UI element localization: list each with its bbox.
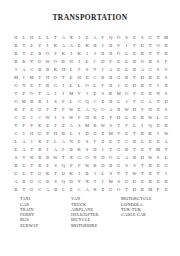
grid-cell: B <box>107 161 115 169</box>
grid-cell: X <box>67 153 75 161</box>
grid-cell: B <box>123 145 131 153</box>
grid-cell: E <box>44 121 52 129</box>
grid-cell: H <box>12 33 20 41</box>
grid-cell: V <box>162 65 170 73</box>
grid-cell: Z <box>59 121 67 129</box>
grid-cell: I <box>75 33 83 41</box>
grid-cell: E <box>123 129 131 137</box>
grid-cell: S <box>12 153 20 161</box>
grid-cell: B <box>67 145 75 153</box>
grid-cell: I <box>44 145 52 153</box>
grid-cell: Q <box>83 97 91 105</box>
grid-cell: G <box>36 177 44 185</box>
grid-cell: A <box>162 137 170 145</box>
grid-cell: F <box>20 121 28 129</box>
grid-cell: Y <box>154 49 162 57</box>
grid-cell: T <box>28 161 36 169</box>
word-list-column: VANTRUCKAIRPLANEHELICOPTERBICYCLEMOTORBI… <box>71 196 98 228</box>
grid-cell: W <box>67 113 75 121</box>
grid-cell: L <box>67 129 75 137</box>
grid-cell: H <box>75 73 83 81</box>
grid-cell: Y <box>91 65 99 73</box>
grid-cell: B <box>59 129 67 137</box>
grid-cell: B <box>12 57 20 65</box>
grid-cell: L <box>123 57 131 65</box>
grid-cell: H <box>146 105 154 113</box>
grid-cell: W <box>99 121 107 129</box>
grid-cell: E <box>138 177 146 185</box>
grid-cell: B <box>107 81 115 89</box>
grid-cell: D <box>99 161 107 169</box>
grid-cell: Y <box>115 169 123 177</box>
grid-cell: T <box>20 185 28 193</box>
grid-cell: N <box>20 81 28 89</box>
grid-cell: W <box>67 105 75 113</box>
grid-cell: J <box>123 97 131 105</box>
grid-cell: R <box>91 185 99 193</box>
grid-cell: W <box>28 153 36 161</box>
grid-cell: U <box>28 177 36 185</box>
grid-cell: A <box>83 185 91 193</box>
grid-cell: M <box>28 73 36 81</box>
grid-cell: B <box>138 49 146 57</box>
grid-cell: M <box>83 121 91 129</box>
grid-cell: B <box>107 41 115 49</box>
grid-cell: T <box>28 145 36 153</box>
grid-cell: G <box>51 81 59 89</box>
grid-cell: A <box>83 105 91 113</box>
grid-cell: B <box>162 121 170 129</box>
grid-cell: B <box>107 97 115 105</box>
grid-cell: T <box>51 105 59 113</box>
grid-cell: E <box>130 113 138 121</box>
grid-cell: E <box>99 185 107 193</box>
grid-cell: U <box>36 129 44 137</box>
grid-cell: H <box>51 129 59 137</box>
grid-cell: P <box>107 113 115 121</box>
grid-cell: K <box>51 41 59 49</box>
grid-cell: O <box>83 153 91 161</box>
grid-cell: I <box>91 169 99 177</box>
grid-cell: T <box>146 41 154 49</box>
grid-cell: H <box>28 33 36 41</box>
grid-cell: S <box>154 57 162 65</box>
grid-cell: F <box>59 105 67 113</box>
grid-cell: X <box>146 169 154 177</box>
grid-cell: O <box>44 49 52 57</box>
grid-cell: L <box>154 113 162 121</box>
grid-cell: P <box>59 97 67 105</box>
grid-cell: M <box>20 97 28 105</box>
grid-cell: T <box>146 81 154 89</box>
grid-cell: U <box>115 161 123 169</box>
grid-cell: B <box>44 65 52 73</box>
grid-cell: H <box>91 145 99 153</box>
grid-cell: L <box>83 57 91 65</box>
grid-cell: T <box>138 161 146 169</box>
grid-cell: B <box>99 73 107 81</box>
grid-cell: E <box>154 177 162 185</box>
grid-cell: L <box>123 49 131 57</box>
word-list-item: MOTORCYCLE <box>121 196 152 201</box>
grid-cell: B <box>44 153 52 161</box>
grid-cell: M <box>154 145 162 153</box>
grid-cell: Y <box>162 145 170 153</box>
grid-cell: R <box>130 65 138 73</box>
grid-cell: S <box>107 121 115 129</box>
grid-cell: I <box>20 129 28 137</box>
grid-cell: I <box>75 169 83 177</box>
grid-cell: I <box>12 65 20 73</box>
grid-cell: E <box>154 73 162 81</box>
grid-cell: B <box>146 177 154 185</box>
grid-cell: E <box>138 145 146 153</box>
grid-cell: U <box>107 185 115 193</box>
grid-cell: B <box>91 121 99 129</box>
grid-cell: W <box>130 169 138 177</box>
grid-cell: L <box>12 137 20 145</box>
grid-cell: E <box>154 137 162 145</box>
grid-cell: L <box>59 185 67 193</box>
grid-cell: U <box>162 113 170 121</box>
grid-cell: A <box>107 65 115 73</box>
word-list-item: SUBWAY <box>20 222 38 227</box>
grid-cell: B <box>162 41 170 49</box>
grid-cell: F <box>75 161 83 169</box>
grid-cell: K <box>51 65 59 73</box>
grid-cell: Y <box>130 73 138 81</box>
grid-cell: L <box>138 137 146 145</box>
grid-cell: B <box>12 185 20 193</box>
grid-cell: F <box>99 81 107 89</box>
grid-cell: S <box>51 177 59 185</box>
grid-cell: B <box>36 153 44 161</box>
grid-cell: C <box>36 185 44 193</box>
grid-cell: O <box>51 57 59 65</box>
grid-cell: R <box>130 57 138 65</box>
grid-cell: B <box>146 161 154 169</box>
grid-cell: B <box>146 57 154 65</box>
grid-cell: E <box>44 161 52 169</box>
grid-cell: A <box>12 177 20 185</box>
page-content: TRANSPORTATION HLHLLTAXIEAFQOSZSUTMBTEVI… <box>0 0 180 256</box>
grid-cell: Z <box>99 137 107 145</box>
grid-cell: T <box>20 41 28 49</box>
grid-cell: U <box>59 169 67 177</box>
grid-cell: T <box>59 153 67 161</box>
grid-cell: B <box>36 65 44 73</box>
grid-cell: T <box>138 169 146 177</box>
grid-cell: E <box>115 65 123 73</box>
grid-cell: M <box>115 89 123 97</box>
grid-cell: F <box>91 137 99 145</box>
grid-cell: O <box>99 105 107 113</box>
grid-cell: A <box>59 33 67 41</box>
grid-cell: L <box>67 81 75 89</box>
grid-cell: T <box>123 169 131 177</box>
grid-cell: O <box>115 33 123 41</box>
grid-cell: B <box>36 161 44 169</box>
grid-cell: L <box>99 169 107 177</box>
grid-cell: F <box>99 33 107 41</box>
grid-cell: O <box>107 153 115 161</box>
grid-cell: T <box>51 169 59 177</box>
grid-cell: M <box>107 129 115 137</box>
grid-cell: B <box>162 177 170 185</box>
grid-cell: Y <box>12 121 20 129</box>
grid-cell: E <box>130 49 138 57</box>
grid-cell: U <box>123 177 131 185</box>
grid-cell: F <box>44 105 52 113</box>
grid-cell: O <box>138 57 146 65</box>
grid-cell: U <box>36 105 44 113</box>
grid-cell: M <box>162 33 170 41</box>
grid-cell: G <box>146 65 154 73</box>
grid-cell: I <box>154 81 162 89</box>
grid-cell: S <box>123 33 131 41</box>
grid-cell: T <box>20 49 28 57</box>
grid-cell: R <box>91 113 99 121</box>
grid-cell: E <box>67 185 75 193</box>
grid-cell: S <box>83 145 91 153</box>
grid-cell: I <box>75 57 83 65</box>
grid-cell: T <box>36 73 44 81</box>
grid-cell: B <box>51 185 59 193</box>
grid-cell: L <box>51 137 59 145</box>
grid-cell: M <box>12 73 20 81</box>
grid-cell: G <box>91 129 99 137</box>
grid-cell: Z <box>154 105 162 113</box>
grid-cell: P <box>44 137 52 145</box>
grid-cell: Y <box>154 169 162 177</box>
grid-cell: A <box>123 153 131 161</box>
grid-cell: H <box>44 73 52 81</box>
grid-cell: B <box>83 169 91 177</box>
grid-cell: H <box>67 57 75 65</box>
grid-cell: T <box>154 33 162 41</box>
grid-cell: D <box>83 129 91 137</box>
grid-cell: P <box>130 89 138 97</box>
grid-cell: E <box>75 137 83 145</box>
grid-cell: Z <box>130 33 138 41</box>
grid-cell: E <box>83 73 91 81</box>
grid-cell: S <box>83 137 91 145</box>
grid-cell: L <box>162 153 170 161</box>
grid-cell: K <box>75 49 83 57</box>
grid-cell: R <box>20 57 28 65</box>
grid-cell: B <box>12 41 20 49</box>
grid-cell: J <box>83 49 91 57</box>
grid-cell: F <box>20 105 28 113</box>
grid-cell: Y <box>28 57 36 65</box>
grid-cell: K <box>146 129 154 137</box>
grid-cell: T <box>107 145 115 153</box>
grid-cell: S <box>75 121 83 129</box>
grid-cell: B <box>91 161 99 169</box>
grid-cell: S <box>51 161 59 169</box>
grid-cell: H <box>59 65 67 73</box>
grid-cell: W <box>44 57 52 65</box>
grid-cell: K <box>36 121 44 129</box>
grid-cell: T <box>123 185 131 193</box>
grid-cell: B <box>91 41 99 49</box>
grid-cell: E <box>154 161 162 169</box>
grid-cell: R <box>36 97 44 105</box>
grid-cell: B <box>12 161 20 169</box>
grid-cell: C <box>12 113 20 121</box>
grid-cell: L <box>91 81 99 89</box>
grid-cell: C <box>91 57 99 65</box>
grid-cell: S <box>123 161 131 169</box>
grid-cell: W <box>123 105 131 113</box>
grid-cell: V <box>138 105 146 113</box>
grid-cell: Y <box>146 145 154 153</box>
grid-cell: U <box>130 177 138 185</box>
grid-cell: S <box>162 89 170 97</box>
grid-cell: S <box>99 89 107 97</box>
grid-cell: B <box>44 177 52 185</box>
grid-cell: I <box>99 177 107 185</box>
grid-cell: O <box>115 49 123 57</box>
grid-cell: Q <box>107 33 115 41</box>
grid-cell: X <box>67 33 75 41</box>
grid-cell: I <box>59 89 67 97</box>
grid-cell: C <box>12 129 20 137</box>
grid-cell: W <box>146 113 154 121</box>
grid-cell: L <box>20 33 28 41</box>
grid-cell: P <box>154 185 162 193</box>
word-list-item: MOTORBIKE <box>71 222 98 227</box>
grid-cell: S <box>51 97 59 105</box>
grid-cell: E <box>28 41 36 49</box>
grid-cell: O <box>115 185 123 193</box>
grid-cell: I <box>28 137 36 145</box>
grid-cell: A <box>107 105 115 113</box>
grid-cell: O <box>12 81 20 89</box>
grid-cell: T <box>130 145 138 153</box>
grid-cell: E <box>138 89 146 97</box>
grid-cell: B <box>20 177 28 185</box>
grid-cell: H <box>67 177 75 185</box>
grid-cell: K <box>59 49 67 57</box>
grid-cell: T <box>36 89 44 97</box>
grid-cell: A <box>59 41 67 49</box>
grid-cell: A <box>146 97 154 105</box>
grid-cell: C <box>36 113 44 121</box>
grid-cell: T <box>36 81 44 89</box>
grid-cell: A <box>67 41 75 49</box>
grid-cell: V <box>36 41 44 49</box>
grid-cell: A <box>59 137 67 145</box>
grid-cell: T <box>115 121 123 129</box>
grid-cell: O <box>51 73 59 81</box>
grid-cell: B <box>138 113 146 121</box>
grid-cell: C <box>75 97 83 105</box>
grid-cell: T <box>154 97 162 105</box>
grid-cell: I <box>99 41 107 49</box>
grid-cell: E <box>67 73 75 81</box>
puzzle-title: TRANSPORTATION <box>0 13 180 22</box>
worksheet-page: TRANSPORTATION HLHLLTAXIEAFQOSZSUTMBTEVI… <box>0 0 180 256</box>
grid-cell: I <box>123 41 131 49</box>
grid-cell: R <box>36 137 44 145</box>
grid-cell: E <box>75 105 83 113</box>
word-list-column: TAXICARTRAINFERRYBUSSUBWAY <box>20 196 38 228</box>
grid-cell: D <box>99 153 107 161</box>
grid-cell: T <box>51 33 59 41</box>
grid-cell: I <box>44 41 52 49</box>
grid-cell: S <box>115 177 123 185</box>
grid-cell: G <box>138 97 146 105</box>
grid-cell: U <box>138 41 146 49</box>
grid-cell: U <box>146 33 154 41</box>
grid-cell: I <box>20 73 28 81</box>
grid-cell: B <box>59 57 67 65</box>
grid-cell: U <box>12 169 20 177</box>
grid-cell: A <box>20 137 28 145</box>
grid-cell: U <box>36 57 44 65</box>
grid-cell: Y <box>44 129 52 137</box>
grid-cell: R <box>107 49 115 57</box>
grid-cell: P <box>20 89 28 97</box>
grid-cell: X <box>162 81 170 89</box>
grid-cell: O <box>83 81 91 89</box>
grid-cell: S <box>59 113 67 121</box>
grid-cell: F <box>75 113 83 121</box>
grid-cell: W <box>146 153 154 161</box>
grid-cell: I <box>67 49 75 57</box>
grid-cell: C <box>123 137 131 145</box>
grid-cell: N <box>91 153 99 161</box>
grid-cell: C <box>75 185 83 193</box>
grid-cell: M <box>67 89 75 97</box>
grid-cell: U <box>123 81 131 89</box>
grid-cell: R <box>12 105 20 113</box>
grid-cell: B <box>123 73 131 81</box>
grid-cell: I <box>44 97 52 105</box>
grid-cell: L <box>44 33 52 41</box>
grid-cell: L <box>115 97 123 105</box>
grid-cell: T <box>59 73 67 81</box>
grid-cell: U <box>20 113 28 121</box>
grid-cell: I <box>154 129 162 137</box>
grid-cell: A <box>20 145 28 153</box>
grid-cell: A <box>44 185 52 193</box>
grid-cell: H <box>83 113 91 121</box>
grid-cell: A <box>91 33 99 41</box>
grid-cell: X <box>83 177 91 185</box>
grid-cell: Z <box>28 49 36 57</box>
grid-cell: F <box>162 57 170 65</box>
grid-cell: W <box>83 161 91 169</box>
grid-cell: I <box>51 89 59 97</box>
grid-cell: W <box>44 113 52 121</box>
grid-cell: F <box>59 145 67 153</box>
grid-cell: O <box>123 89 131 97</box>
grid-cell: E <box>12 145 20 153</box>
grid-cell: E <box>99 129 107 137</box>
grid-cell: L <box>115 153 123 161</box>
grid-cell: F <box>75 65 83 73</box>
grid-cell: F <box>123 121 131 129</box>
grid-cell: G <box>115 145 123 153</box>
grid-cell: E <box>99 97 107 105</box>
grid-cell: F <box>51 121 59 129</box>
grid-cell: O <box>154 41 162 49</box>
grid-cell: E <box>28 81 36 89</box>
grid-cell: B <box>138 185 146 193</box>
grid-cell: R <box>130 137 138 145</box>
